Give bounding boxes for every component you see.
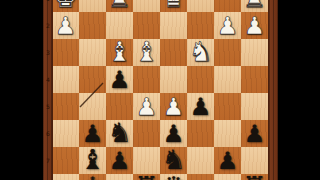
rank-label-5: 5	[43, 103, 53, 110]
rank-label-3: 3	[43, 49, 53, 56]
rank-label-4: 4	[43, 76, 53, 83]
rank-label-6: 6	[43, 130, 53, 137]
rank-label-1: 1	[43, 0, 53, 2]
video-frame: ♚♜♛♜♟♟♟♝♝♞♟♟♟♟♟♞♟♟♝♟♞♟♚♜♛♜ 12345678	[0, 0, 320, 180]
rank-label-2: 2	[43, 22, 53, 29]
rank-label-7: 7	[43, 157, 53, 164]
